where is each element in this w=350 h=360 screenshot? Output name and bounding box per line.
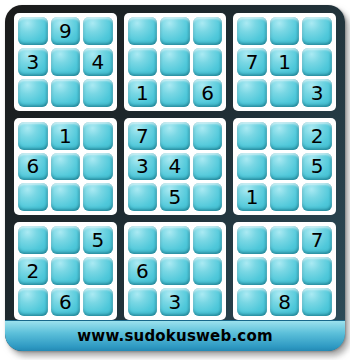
cell-r8c9[interactable] xyxy=(302,257,332,285)
cell-r8c8[interactable] xyxy=(270,257,300,285)
cell-r8c3[interactable] xyxy=(83,257,113,285)
cell-r5c5[interactable]: 4 xyxy=(160,153,190,181)
cell-r7c8[interactable] xyxy=(270,226,300,254)
cell-r9c3[interactable] xyxy=(83,288,113,316)
cell-r2c5[interactable] xyxy=(160,48,190,76)
cell-r1c1[interactable] xyxy=(18,17,48,45)
cell-r4c2[interactable]: 1 xyxy=(51,122,81,150)
cell-r9c1[interactable] xyxy=(18,288,48,316)
cell-r5c4[interactable]: 3 xyxy=(128,153,158,181)
cell-r1c4[interactable] xyxy=(128,17,158,45)
cell-r2c8[interactable]: 1 xyxy=(270,48,300,76)
cell-r8c2[interactable] xyxy=(51,257,81,285)
box-r2c2: 7345 xyxy=(124,118,227,216)
cell-r4c6[interactable] xyxy=(193,122,223,150)
cell-r1c6[interactable] xyxy=(193,17,223,45)
cell-r4c8[interactable] xyxy=(270,122,300,150)
box-r1c3: 713 xyxy=(233,13,336,111)
cell-r3c9[interactable]: 3 xyxy=(302,79,332,107)
cell-r5c7[interactable] xyxy=(237,153,267,181)
cell-r6c5[interactable]: 5 xyxy=(160,183,190,211)
cell-r5c6[interactable] xyxy=(193,153,223,181)
cell-r4c5[interactable] xyxy=(160,122,190,150)
cell-r9c9[interactable] xyxy=(302,288,332,316)
cell-r6c8[interactable] xyxy=(270,183,300,211)
footer-band: www.sudokusweb.com xyxy=(5,320,345,351)
cell-r2c1[interactable]: 3 xyxy=(18,48,48,76)
box-r2c3: 251 xyxy=(233,118,336,216)
cell-r1c8[interactable] xyxy=(270,17,300,45)
cell-r9c6[interactable] xyxy=(193,288,223,316)
cell-r4c1[interactable] xyxy=(18,122,48,150)
cell-r8c1[interactable]: 2 xyxy=(18,257,48,285)
cell-r4c7[interactable] xyxy=(237,122,267,150)
cell-r1c7[interactable] xyxy=(237,17,267,45)
cell-r6c4[interactable] xyxy=(128,183,158,211)
cell-r6c6[interactable] xyxy=(193,183,223,211)
cell-r9c4[interactable] xyxy=(128,288,158,316)
cell-r7c9[interactable]: 7 xyxy=(302,226,332,254)
cell-r2c4[interactable] xyxy=(128,48,158,76)
box-r1c2: 16 xyxy=(124,13,227,111)
cell-r8c5[interactable] xyxy=(160,257,190,285)
cell-r8c6[interactable] xyxy=(193,257,223,285)
cell-r5c1[interactable]: 6 xyxy=(18,153,48,181)
cell-r4c9[interactable]: 2 xyxy=(302,122,332,150)
cell-r2c2[interactable] xyxy=(51,48,81,76)
box-r3c3: 78 xyxy=(233,222,336,320)
cell-r2c3[interactable]: 4 xyxy=(83,48,113,76)
cell-r5c8[interactable] xyxy=(270,153,300,181)
cell-r9c7[interactable] xyxy=(237,288,267,316)
cell-r1c5[interactable] xyxy=(160,17,190,45)
cell-r5c9[interactable]: 5 xyxy=(302,153,332,181)
site-url[interactable]: www.sudokusweb.com xyxy=(77,327,272,345)
cell-r3c3[interactable] xyxy=(83,79,113,107)
sudoku-board-frame: 934167131673452515266378 www.sudokusweb.… xyxy=(5,5,345,351)
cell-r9c8[interactable]: 8 xyxy=(270,288,300,316)
cell-r2c9[interactable] xyxy=(302,48,332,76)
box-r2c1: 16 xyxy=(14,118,117,216)
cell-r7c1[interactable] xyxy=(18,226,48,254)
sudoku-grid: 934167131673452515266378 xyxy=(14,13,336,320)
cell-r3c7[interactable] xyxy=(237,79,267,107)
cell-r3c1[interactable] xyxy=(18,79,48,107)
cell-r1c3[interactable] xyxy=(83,17,113,45)
cell-r3c8[interactable] xyxy=(270,79,300,107)
cell-r7c3[interactable]: 5 xyxy=(83,226,113,254)
cell-r4c3[interactable] xyxy=(83,122,113,150)
cell-r8c7[interactable] xyxy=(237,257,267,285)
cell-r6c2[interactable] xyxy=(51,183,81,211)
cell-r3c4[interactable]: 1 xyxy=(128,79,158,107)
cell-r3c6[interactable]: 6 xyxy=(193,79,223,107)
cell-r9c5[interactable]: 3 xyxy=(160,288,190,316)
box-r1c1: 934 xyxy=(14,13,117,111)
cell-r9c2[interactable]: 6 xyxy=(51,288,81,316)
cell-r2c7[interactable]: 7 xyxy=(237,48,267,76)
cell-r1c9[interactable] xyxy=(302,17,332,45)
cell-r7c4[interactable] xyxy=(128,226,158,254)
cell-r6c1[interactable] xyxy=(18,183,48,211)
cell-r6c3[interactable] xyxy=(83,183,113,211)
box-r3c2: 63 xyxy=(124,222,227,320)
box-r3c1: 526 xyxy=(14,222,117,320)
cell-r5c3[interactable] xyxy=(83,153,113,181)
cell-r7c6[interactable] xyxy=(193,226,223,254)
cell-r6c7[interactable]: 1 xyxy=(237,183,267,211)
cell-r2c6[interactable] xyxy=(193,48,223,76)
cell-r7c2[interactable] xyxy=(51,226,81,254)
cell-r4c4[interactable]: 7 xyxy=(128,122,158,150)
cell-r8c4[interactable]: 6 xyxy=(128,257,158,285)
cell-r5c2[interactable] xyxy=(51,153,81,181)
cell-r7c7[interactable] xyxy=(237,226,267,254)
cell-r1c2[interactable]: 9 xyxy=(51,17,81,45)
cell-r3c2[interactable] xyxy=(51,79,81,107)
cell-r7c5[interactable] xyxy=(160,226,190,254)
cell-r3c5[interactable] xyxy=(160,79,190,107)
cell-r6c9[interactable] xyxy=(302,183,332,211)
